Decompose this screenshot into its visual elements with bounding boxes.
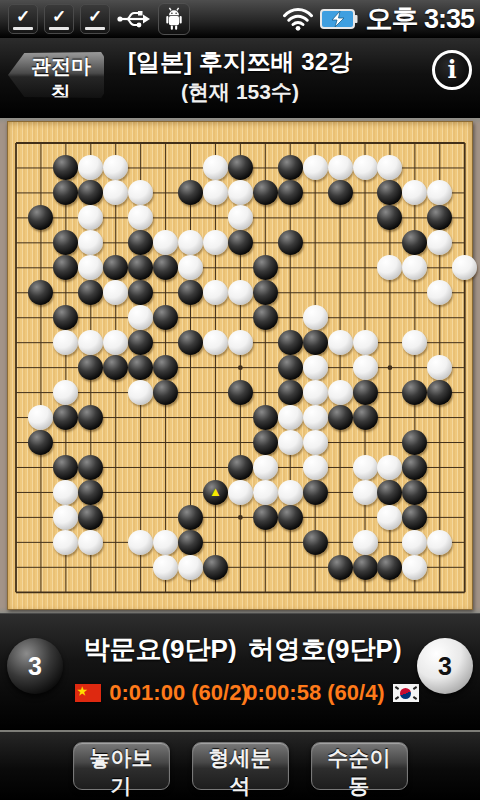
download-complete-icon: ✓ [44, 4, 74, 34]
black-stone [78, 505, 103, 530]
white-stone [228, 330, 253, 355]
wifi-icon [283, 8, 313, 31]
white-time-row: 0:00:58 (60/4) [222, 680, 442, 706]
white-stone [303, 355, 328, 380]
black-stone [353, 555, 378, 580]
black-stone [303, 330, 328, 355]
white-stone [203, 330, 228, 355]
white-stone [278, 430, 303, 455]
black-stone [328, 405, 353, 430]
download-complete-icon: ✓ [8, 4, 38, 34]
black-stone [203, 555, 228, 580]
move-navigation-button[interactable]: 수순이동 [311, 742, 408, 790]
battery-charging-icon [320, 8, 358, 30]
black-stone [278, 330, 303, 355]
white-stone [353, 355, 378, 380]
clock-text: 오후 3:35 [365, 1, 474, 37]
status-indicators: 오후 3:35 [283, 1, 480, 37]
notification-area: ✓ ✓ ✓ [0, 3, 190, 35]
black-stone: ▲ [203, 480, 228, 505]
white-stone [328, 330, 353, 355]
player-panel: 3 박문요(9단P) ★ 0:01:00 (60/2) 허영호(9단P) 0:0… [0, 613, 480, 730]
black-stone [228, 455, 253, 480]
black-stone [253, 305, 278, 330]
white-stone [153, 555, 178, 580]
white-stone [178, 555, 203, 580]
black-stone [228, 380, 253, 405]
black-stone [278, 505, 303, 530]
white-stone [303, 455, 328, 480]
black-stone [278, 180, 303, 205]
black-stone [328, 555, 353, 580]
last-move-marker: ▲ [209, 485, 222, 498]
white-stone [353, 155, 378, 180]
black-stone [178, 530, 203, 555]
china-flag: ★ [75, 684, 101, 702]
go-board[interactable]: ▲ [0, 118, 480, 613]
white-stone [353, 480, 378, 505]
white-time-text: 0:00:58 (60/4) [245, 680, 384, 706]
usb-icon [116, 8, 152, 30]
white-stone [228, 480, 253, 505]
white-stone [303, 405, 328, 430]
game-title: [일본] 후지쯔배 32강 [90, 46, 390, 78]
black-stone [353, 380, 378, 405]
black-stone [253, 280, 278, 305]
white-stone [353, 530, 378, 555]
white-stone [253, 480, 278, 505]
move-count-subtitle: (현재 153수) [90, 78, 390, 106]
white-stone [328, 380, 353, 405]
white-captures-ball: 3 [417, 638, 473, 694]
korea-flag [393, 684, 419, 702]
bottom-toolbar: 놓아보기 형세분석 수순이동 [0, 730, 480, 800]
black-stone [253, 255, 278, 280]
white-stone [328, 155, 353, 180]
white-stone [278, 405, 303, 430]
android-debug-icon [158, 3, 190, 35]
black-stone [178, 505, 203, 530]
black-stone [353, 405, 378, 430]
white-stone [303, 305, 328, 330]
black-stone [253, 505, 278, 530]
black-stone [303, 530, 328, 555]
white-stone [228, 280, 253, 305]
info-icon[interactable]: i [432, 50, 472, 90]
white-stone [452, 255, 477, 280]
white-stone [153, 530, 178, 555]
white-player-name: 허영호(9단P) [225, 632, 425, 667]
white-stone [278, 480, 303, 505]
status-bar: ✓ ✓ ✓ [0, 0, 480, 38]
black-stone [253, 430, 278, 455]
header-bar: 관전마침 [일본] 후지쯔배 32강 (현재 153수) i [0, 38, 480, 118]
black-stone [278, 380, 303, 405]
app-screen: ✓ ✓ ✓ [0, 0, 480, 800]
black-stone [303, 480, 328, 505]
black-stone [328, 180, 353, 205]
black-stone [178, 330, 203, 355]
white-stone [303, 155, 328, 180]
download-complete-icon: ✓ [80, 4, 110, 34]
black-stone [253, 405, 278, 430]
try-moves-button[interactable]: 놓아보기 [73, 742, 170, 790]
white-stone [253, 455, 278, 480]
white-stone [303, 430, 328, 455]
white-stone [353, 455, 378, 480]
white-stone [128, 530, 153, 555]
white-stone [353, 330, 378, 355]
white-stone [427, 530, 452, 555]
white-stone [78, 530, 103, 555]
black-stone [153, 380, 178, 405]
black-stone [278, 355, 303, 380]
white-stone [303, 380, 328, 405]
position-analysis-button[interactable]: 형세분석 [192, 742, 289, 790]
black-stone [278, 230, 303, 255]
